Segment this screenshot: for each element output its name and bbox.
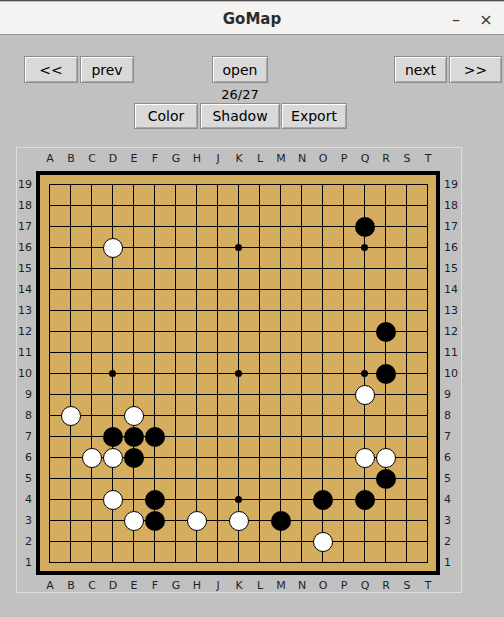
column-label-bottom: O (313, 579, 333, 592)
column-label-bottom: D (103, 579, 123, 592)
row-label-right: 14 (444, 283, 462, 296)
black-stone-Q4 (355, 490, 375, 510)
window-title: GoMap (0, 10, 504, 28)
row-label-right: 9 (444, 388, 462, 401)
column-label-top: B (61, 152, 81, 165)
column-label-top: P (334, 152, 354, 165)
white-stone-Q9 (355, 385, 375, 405)
titlebar[interactable]: GoMap – × (0, 2, 504, 35)
column-label-bottom: M (271, 579, 291, 592)
row-label-left: 15 (14, 262, 32, 275)
row-label-right: 12 (444, 325, 462, 338)
row-label-left: 13 (14, 304, 32, 317)
white-stone-K3 (229, 511, 249, 531)
black-stone-F7 (145, 427, 165, 447)
column-label-bottom: K (229, 579, 249, 592)
column-label-top: K (229, 152, 249, 165)
close-icon[interactable]: × (474, 8, 498, 30)
black-stone-E7 (124, 427, 144, 447)
stones-grid (39, 174, 438, 573)
move-counter: 26/27 (190, 87, 290, 103)
white-stone-D6 (103, 448, 123, 468)
black-stone-O4 (313, 490, 333, 510)
last-move-button[interactable]: >> (449, 56, 502, 83)
row-label-left: 19 (14, 178, 32, 191)
row-label-left: 14 (14, 283, 32, 296)
column-label-top: J (208, 152, 228, 165)
black-stone-F3 (145, 511, 165, 531)
black-stone-E6 (124, 448, 144, 468)
star-point-K4 (235, 496, 242, 503)
row-label-right: 7 (444, 430, 462, 443)
column-label-top: H (187, 152, 207, 165)
column-label-bottom: B (61, 579, 81, 592)
row-label-left: 12 (14, 325, 32, 338)
row-label-left: 17 (14, 220, 32, 233)
column-label-bottom: Q (355, 579, 375, 592)
prev-move-button[interactable]: prev (80, 56, 134, 83)
white-stone-H3 (187, 511, 207, 531)
column-label-top: R (376, 152, 396, 165)
column-label-bottom: T (418, 579, 438, 592)
row-label-left: 4 (14, 493, 32, 506)
black-stone-Q17 (355, 217, 375, 237)
column-label-bottom: E (124, 579, 144, 592)
white-stone-D16 (103, 238, 123, 258)
star-point-K10 (235, 370, 242, 377)
column-label-bottom: L (250, 579, 270, 592)
white-stone-B8 (61, 406, 81, 426)
first-move-button[interactable]: << (24, 56, 78, 83)
row-label-right: 18 (444, 199, 462, 212)
row-label-left: 11 (14, 346, 32, 359)
row-label-left: 16 (14, 241, 32, 254)
row-label-right: 11 (444, 346, 462, 359)
row-label-left: 3 (14, 514, 32, 527)
white-stone-D4 (103, 490, 123, 510)
row-label-left: 5 (14, 472, 32, 485)
row-label-right: 4 (444, 493, 462, 506)
open-file-button[interactable]: open (212, 56, 268, 83)
column-label-top: C (82, 152, 102, 165)
white-stone-C6 (82, 448, 102, 468)
star-point-D10 (109, 370, 116, 377)
row-label-right: 3 (444, 514, 462, 527)
column-label-top: O (313, 152, 333, 165)
column-label-bottom: C (82, 579, 102, 592)
white-stone-E8 (124, 406, 144, 426)
row-label-left: 2 (14, 535, 32, 548)
row-label-left: 8 (14, 409, 32, 422)
column-label-top: M (271, 152, 291, 165)
column-label-top: F (145, 152, 165, 165)
black-stone-F4 (145, 490, 165, 510)
black-stone-R5 (376, 469, 396, 489)
column-label-top: Q (355, 152, 375, 165)
row-label-right: 2 (444, 535, 462, 548)
row-label-right: 8 (444, 409, 462, 422)
black-stone-R10 (376, 364, 396, 384)
black-stone-R12 (376, 322, 396, 342)
column-label-top: D (103, 152, 123, 165)
white-stone-R6 (376, 448, 396, 468)
star-point-K16 (235, 244, 242, 251)
row-label-right: 1 (444, 556, 462, 569)
shadow-button[interactable]: Shadow (200, 103, 280, 129)
row-label-left: 10 (14, 367, 32, 380)
column-label-bottom: H (187, 579, 207, 592)
goban (36, 171, 440, 575)
column-label-top: S (397, 152, 417, 165)
row-label-right: 5 (444, 472, 462, 485)
column-label-top: T (418, 152, 438, 165)
column-label-top: L (250, 152, 270, 165)
row-label-right: 15 (444, 262, 462, 275)
column-label-top: E (124, 152, 144, 165)
minimize-icon[interactable]: – (444, 8, 468, 30)
column-label-bottom: P (334, 579, 354, 592)
row-label-right: 10 (444, 367, 462, 380)
column-label-bottom: S (397, 579, 417, 592)
row-label-left: 7 (14, 430, 32, 443)
next-move-button[interactable]: next (394, 56, 447, 83)
column-label-bottom: G (166, 579, 186, 592)
row-label-left: 1 (14, 556, 32, 569)
column-label-bottom: N (292, 579, 312, 592)
row-label-right: 6 (444, 451, 462, 464)
star-point-Q10 (361, 370, 368, 377)
white-stone-E3 (124, 511, 144, 531)
row-label-right: 16 (444, 241, 462, 254)
star-point-Q16 (361, 244, 368, 251)
row-label-right: 19 (444, 178, 462, 191)
column-label-top: N (292, 152, 312, 165)
row-label-left: 9 (14, 388, 32, 401)
row-label-right: 13 (444, 304, 462, 317)
black-stone-D7 (103, 427, 123, 447)
gomap-window: GoMap – × << prev open next >> 26/27 Col… (0, 0, 504, 617)
column-label-top: G (166, 152, 186, 165)
row-label-left: 18 (14, 199, 32, 212)
board-canvas: AABBCCDDEEFFGGHHJJKKLLMMNNOOPPQQRRSSTT19… (16, 147, 462, 593)
column-label-bottom: J (208, 579, 228, 592)
column-label-top: A (40, 152, 60, 165)
row-label-right: 17 (444, 220, 462, 233)
white-stone-O2 (313, 532, 333, 552)
column-label-bottom: A (40, 579, 60, 592)
export-button[interactable]: Export (281, 103, 347, 129)
white-stone-Q6 (355, 448, 375, 468)
column-label-bottom: F (145, 579, 165, 592)
color-button[interactable]: Color (134, 103, 198, 129)
row-label-left: 6 (14, 451, 32, 464)
column-label-bottom: R (376, 579, 396, 592)
black-stone-M3 (271, 511, 291, 531)
